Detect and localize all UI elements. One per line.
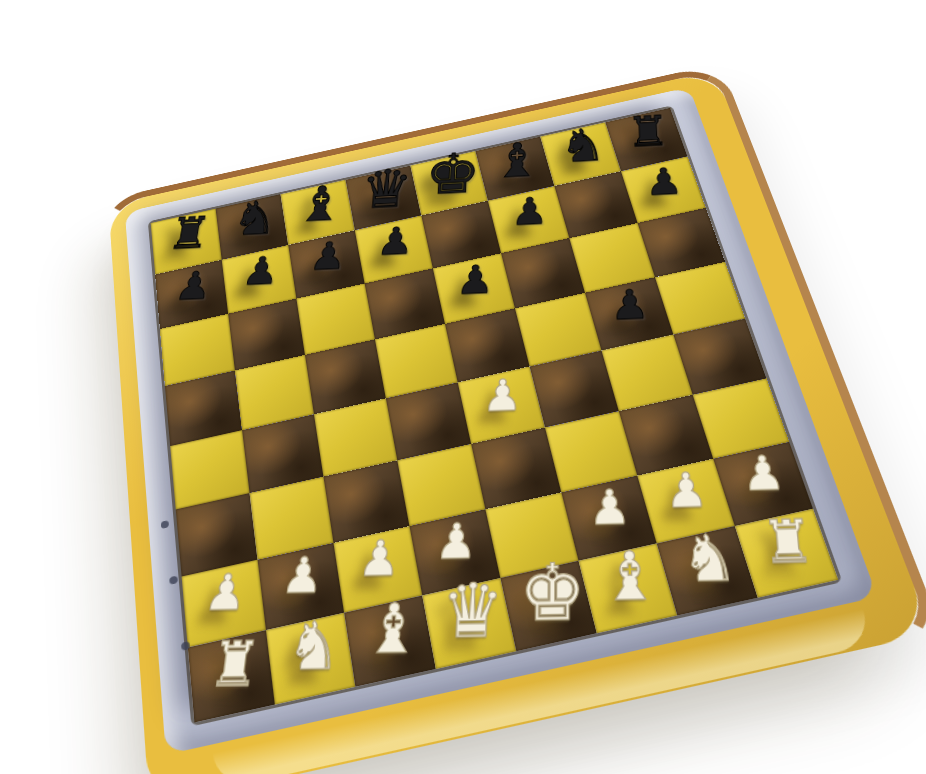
white-bishop-c1[interactable]: ♝ xyxy=(362,594,423,663)
square-c1[interactable]: ♝ xyxy=(344,595,436,686)
square-a1[interactable]: ♜ xyxy=(188,630,275,722)
chess-tin: ♜♞♝♛♚♝♞♜♟♟♟♟♟♟♟♟♟♟♟♟♟♟♟♟♜♞♝♛♚♝♞♜ xyxy=(108,71,926,774)
white-knight-b1[interactable]: ♞ xyxy=(284,613,344,680)
square-d1[interactable]: ♛ xyxy=(422,578,516,669)
white-pawn-f2[interactable]: ♟ xyxy=(589,483,632,532)
black-pawn-g5[interactable]: ♟ xyxy=(610,284,650,326)
black-rook-h8[interactable]: ♜ xyxy=(626,110,670,153)
black-bishop-f8[interactable]: ♝ xyxy=(493,136,541,185)
white-pawn-a2[interactable]: ♟ xyxy=(202,567,249,617)
white-rook-h1[interactable]: ♜ xyxy=(759,512,816,572)
black-pawn-b7[interactable]: ♟ xyxy=(241,251,282,291)
black-king-e8[interactable]: ♚ xyxy=(423,146,481,204)
white-knight-g1[interactable]: ♞ xyxy=(680,526,739,591)
black-queen-d8[interactable]: ♛ xyxy=(359,162,415,217)
white-queen-d1[interactable]: ♛ xyxy=(440,573,505,649)
black-bishop-c8[interactable]: ♝ xyxy=(295,179,346,229)
black-knight-g8[interactable]: ♞ xyxy=(560,122,606,169)
black-pawn-f7[interactable]: ♟ xyxy=(511,192,548,231)
white-rook-a1[interactable]: ♜ xyxy=(206,633,263,696)
white-pawn-c2[interactable]: ♟ xyxy=(357,534,402,584)
black-pawn-h7[interactable]: ♟ xyxy=(645,163,684,201)
black-pawn-d7[interactable]: ♟ xyxy=(376,222,415,261)
square-b1[interactable]: ♞ xyxy=(266,613,355,705)
chess-board: ♜♞♝♛♚♝♞♜♟♟♟♟♟♟♟♟♟♟♟♟♟♟♟♟♜♞♝♛♚♝♞♜ xyxy=(151,108,839,723)
black-pawn-e6[interactable]: ♟ xyxy=(456,260,495,301)
black-pawn-a7[interactable]: ♟ xyxy=(173,266,215,306)
white-pawn-d2[interactable]: ♟ xyxy=(434,517,478,567)
black-pawn-c7[interactable]: ♟ xyxy=(308,236,348,275)
white-pawn-g2[interactable]: ♟ xyxy=(665,466,710,515)
white-pawn-e4[interactable]: ♟ xyxy=(482,373,523,418)
white-bishop-f1[interactable]: ♝ xyxy=(601,542,660,610)
product-photo-scene: ♜♞♝♛♚♝♞♜♟♟♟♟♟♟♟♟♟♟♟♟♟♟♟♟♜♞♝♛♚♝♞♜ xyxy=(0,0,926,774)
white-pawn-h2[interactable]: ♟ xyxy=(740,449,786,497)
white-king-e1[interactable]: ♚ xyxy=(518,553,586,633)
black-knight-b8[interactable]: ♞ xyxy=(229,194,280,242)
white-pawn-b2[interactable]: ♟ xyxy=(280,551,326,601)
black-rook-a8[interactable]: ♜ xyxy=(165,211,213,256)
tin-inner-wall: ♜♞♝♛♚♝♞♜♟♟♟♟♟♟♟♟♟♟♟♟♟♟♟♟♜♞♝♛♚♝♞♜ xyxy=(125,87,878,755)
